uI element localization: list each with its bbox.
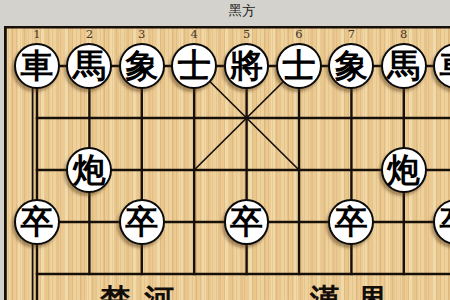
piece-black-horse-f2[interactable]: 馬	[66, 43, 112, 89]
piece-black-soldier-f1[interactable]: 卒	[14, 199, 60, 245]
xiangqi-app-window: 黑方	[0, 0, 450, 300]
piece-black-cannon-f8[interactable]: 炮	[381, 147, 427, 193]
piece-black-advisor-f4[interactable]: 士	[171, 43, 217, 89]
piece-black-soldier-f3[interactable]: 卒	[119, 199, 165, 245]
piece-black-general-f5[interactable]: 將	[224, 43, 270, 89]
piece-black-horse-f8[interactable]: 馬	[381, 43, 427, 89]
river-label-chu: 楚河	[100, 284, 188, 300]
piece-black-chariot-f9[interactable]: 車	[433, 43, 450, 89]
piece-black-advisor-f6[interactable]: 士	[276, 43, 322, 89]
black-side-label: 黑方	[229, 2, 256, 20]
piece-black-chariot-f1[interactable]: 車	[14, 43, 60, 89]
piece-black-cannon-f2[interactable]: 炮	[66, 147, 112, 193]
river-label-han: 漢界	[310, 284, 406, 300]
piece-black-soldier-f5[interactable]: 卒	[224, 199, 270, 245]
piece-black-soldier-f7[interactable]: 卒	[328, 199, 374, 245]
piece-grid[interactable]: 車馬象士將士象馬車炮炮卒卒卒卒卒	[11, 40, 450, 248]
piece-black-soldier-f9[interactable]: 卒	[433, 199, 450, 245]
piece-black-elephant-f7[interactable]: 象	[328, 43, 374, 89]
piece-black-elephant-f3[interactable]: 象	[119, 43, 165, 89]
